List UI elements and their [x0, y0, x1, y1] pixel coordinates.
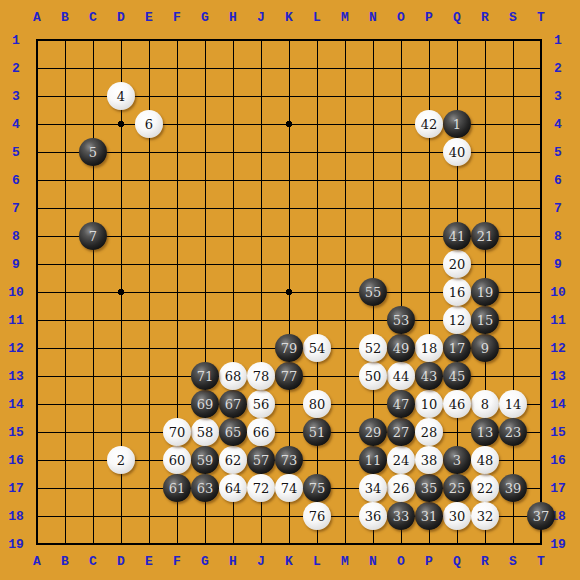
stone-black-N10[interactable]: 55 — [359, 278, 387, 306]
stone-white-P12[interactable]: 18 — [415, 334, 443, 362]
row-label-right-8: 8 — [554, 230, 562, 243]
stone-black-R11[interactable]: 15 — [471, 306, 499, 334]
row-label-right-13: 13 — [550, 370, 566, 383]
stone-white-Q18[interactable]: 30 — [443, 502, 471, 530]
col-label-bottom-G: G — [201, 555, 209, 568]
stone-white-J14[interactable]: 56 — [247, 390, 275, 418]
stone-black-K12[interactable]: 79 — [275, 334, 303, 362]
stone-black-K16[interactable]: 73 — [275, 446, 303, 474]
row-label-right-10: 10 — [550, 286, 566, 299]
stone-white-R16[interactable]: 48 — [471, 446, 499, 474]
col-label-bottom-Q: Q — [453, 555, 461, 568]
stone-white-Q9[interactable]: 20 — [443, 250, 471, 278]
stone-black-G14[interactable]: 69 — [191, 390, 219, 418]
col-label-top-P: P — [425, 11, 433, 24]
col-label-bottom-H: H — [229, 555, 237, 568]
stone-white-O16[interactable]: 24 — [387, 446, 415, 474]
row-label-left-19: 19 — [8, 538, 24, 551]
stone-white-H13[interactable]: 68 — [219, 362, 247, 390]
stone-white-N13[interactable]: 50 — [359, 362, 387, 390]
stone-white-S14[interactable]: 14 — [499, 390, 527, 418]
stone-black-P18[interactable]: 31 — [415, 502, 443, 530]
stone-black-O14[interactable]: 47 — [387, 390, 415, 418]
stone-black-T18[interactable]: 37 — [527, 502, 555, 530]
stone-white-L14[interactable]: 80 — [303, 390, 331, 418]
stone-black-G16[interactable]: 59 — [191, 446, 219, 474]
stone-black-Q8[interactable]: 41 — [443, 222, 471, 250]
row-label-left-3: 3 — [12, 90, 20, 103]
row-label-left-4: 4 — [12, 118, 20, 131]
row-label-left-9: 9 — [12, 258, 20, 271]
row-label-left-6: 6 — [12, 174, 20, 187]
col-label-top-S: S — [509, 11, 517, 24]
col-label-top-H: H — [229, 11, 237, 24]
stone-white-L12[interactable]: 54 — [303, 334, 331, 362]
row-label-left-11: 11 — [8, 314, 24, 327]
stone-black-Q13[interactable]: 45 — [443, 362, 471, 390]
col-label-bottom-A: A — [33, 555, 41, 568]
col-label-top-C: C — [89, 11, 97, 24]
stone-black-S15[interactable]: 23 — [499, 418, 527, 446]
row-label-left-8: 8 — [12, 230, 20, 243]
stone-black-O15[interactable]: 27 — [387, 418, 415, 446]
col-label-top-L: L — [313, 11, 321, 24]
col-label-bottom-T: T — [537, 555, 545, 568]
star-point-D10 — [118, 289, 124, 295]
col-label-bottom-O: O — [397, 555, 405, 568]
col-label-bottom-L: L — [313, 555, 321, 568]
stone-white-H17[interactable]: 64 — [219, 474, 247, 502]
stone-black-R12[interactable]: 9 — [471, 334, 499, 362]
stone-black-F17[interactable]: 61 — [163, 474, 191, 502]
stone-white-D16[interactable]: 2 — [107, 446, 135, 474]
col-label-bottom-R: R — [481, 555, 489, 568]
star-point-K4 — [286, 121, 292, 127]
stone-white-O17[interactable]: 26 — [387, 474, 415, 502]
row-label-left-10: 10 — [8, 286, 24, 299]
col-label-top-T: T — [537, 11, 545, 24]
stone-black-R15[interactable]: 13 — [471, 418, 499, 446]
row-label-right-14: 14 — [550, 398, 566, 411]
stone-white-R18[interactable]: 32 — [471, 502, 499, 530]
stone-black-C5[interactable]: 5 — [79, 138, 107, 166]
row-label-left-18: 18 — [8, 510, 24, 523]
stone-black-N15[interactable]: 29 — [359, 418, 387, 446]
row-label-right-6: 6 — [554, 174, 562, 187]
stone-black-O18[interactable]: 33 — [387, 502, 415, 530]
stone-white-D3[interactable]: 4 — [107, 82, 135, 110]
stone-white-K17[interactable]: 74 — [275, 474, 303, 502]
row-label-right-5: 5 — [554, 146, 562, 159]
stone-white-P15[interactable]: 28 — [415, 418, 443, 446]
row-label-left-12: 12 — [8, 342, 24, 355]
stone-black-H14[interactable]: 67 — [219, 390, 247, 418]
row-label-left-2: 2 — [12, 62, 20, 75]
go-board[interactable]: AABBCCDDEEFFGGHHJJKKLLMMNNOOPPQQRRSSTT11… — [0, 0, 580, 580]
stone-black-S17[interactable]: 39 — [499, 474, 527, 502]
stone-white-Q14[interactable]: 46 — [443, 390, 471, 418]
col-label-top-G: G — [201, 11, 209, 24]
stone-white-L18[interactable]: 76 — [303, 502, 331, 530]
stone-black-Q16[interactable]: 3 — [443, 446, 471, 474]
stone-white-R14[interactable]: 8 — [471, 390, 499, 418]
stone-black-N16[interactable]: 11 — [359, 446, 387, 474]
row-label-left-13: 13 — [8, 370, 24, 383]
row-label-right-4: 4 — [554, 118, 562, 131]
stone-black-Q12[interactable]: 17 — [443, 334, 471, 362]
row-label-left-5: 5 — [12, 146, 20, 159]
stone-white-F16[interactable]: 60 — [163, 446, 191, 474]
row-label-right-2: 2 — [554, 62, 562, 75]
row-label-left-17: 17 — [8, 482, 24, 495]
star-point-D4 — [118, 121, 124, 127]
stone-white-Q10[interactable]: 16 — [443, 278, 471, 306]
stone-black-Q4[interactable]: 1 — [443, 110, 471, 138]
col-label-top-K: K — [285, 11, 293, 24]
stone-white-E4[interactable]: 6 — [135, 110, 163, 138]
col-label-bottom-K: K — [285, 555, 293, 568]
stone-white-G15[interactable]: 58 — [191, 418, 219, 446]
row-label-left-1: 1 — [12, 34, 20, 47]
row-label-right-17: 17 — [550, 482, 566, 495]
stone-black-Q17[interactable]: 25 — [443, 474, 471, 502]
stone-white-H16[interactable]: 62 — [219, 446, 247, 474]
col-label-bottom-N: N — [369, 555, 377, 568]
col-label-bottom-S: S — [509, 555, 517, 568]
stone-black-L17[interactable]: 75 — [303, 474, 331, 502]
stone-white-P4[interactable]: 42 — [415, 110, 443, 138]
row-label-right-1: 1 — [554, 34, 562, 47]
stone-black-G17[interactable]: 63 — [191, 474, 219, 502]
col-label-bottom-P: P — [425, 555, 433, 568]
col-label-top-D: D — [117, 11, 125, 24]
stone-black-R8[interactable]: 21 — [471, 222, 499, 250]
stone-black-P13[interactable]: 43 — [415, 362, 443, 390]
stone-white-J17[interactable]: 72 — [247, 474, 275, 502]
col-label-top-E: E — [145, 11, 153, 24]
row-label-right-7: 7 — [554, 202, 562, 215]
row-label-right-3: 3 — [554, 90, 562, 103]
stone-white-Q5[interactable]: 40 — [443, 138, 471, 166]
col-label-bottom-J: J — [257, 555, 265, 568]
row-label-left-14: 14 — [8, 398, 24, 411]
stone-black-R10[interactable]: 19 — [471, 278, 499, 306]
stone-white-P16[interactable]: 38 — [415, 446, 443, 474]
row-label-left-16: 16 — [8, 454, 24, 467]
row-label-right-9: 9 — [554, 258, 562, 271]
row-label-right-15: 15 — [550, 426, 566, 439]
col-label-bottom-C: C — [89, 555, 97, 568]
col-label-bottom-B: B — [61, 555, 69, 568]
row-label-left-7: 7 — [12, 202, 20, 215]
stone-black-O12[interactable]: 49 — [387, 334, 415, 362]
star-point-K10 — [286, 289, 292, 295]
stone-black-P17[interactable]: 35 — [415, 474, 443, 502]
stone-white-J15[interactable]: 66 — [247, 418, 275, 446]
stone-white-P14[interactable]: 10 — [415, 390, 443, 418]
col-label-top-B: B — [61, 11, 69, 24]
stone-white-N18[interactable]: 36 — [359, 502, 387, 530]
col-label-top-J: J — [257, 11, 265, 24]
col-label-top-R: R — [481, 11, 489, 24]
row-label-right-11: 11 — [550, 314, 566, 327]
col-label-bottom-M: M — [341, 555, 349, 568]
col-label-top-A: A — [33, 11, 41, 24]
row-label-right-12: 12 — [550, 342, 566, 355]
stone-black-O11[interactable]: 53 — [387, 306, 415, 334]
stone-white-F15[interactable]: 70 — [163, 418, 191, 446]
col-label-bottom-E: E — [145, 555, 153, 568]
col-label-top-N: N — [369, 11, 377, 24]
col-label-top-O: O — [397, 11, 405, 24]
col-label-top-F: F — [173, 11, 181, 24]
row-label-left-15: 15 — [8, 426, 24, 439]
row-label-right-16: 16 — [550, 454, 566, 467]
stone-white-O13[interactable]: 44 — [387, 362, 415, 390]
col-label-top-Q: Q — [453, 11, 461, 24]
row-label-right-19: 19 — [550, 538, 566, 551]
stone-black-C8[interactable]: 7 — [79, 222, 107, 250]
stone-white-J13[interactable]: 78 — [247, 362, 275, 390]
stone-black-G13[interactable]: 71 — [191, 362, 219, 390]
stone-white-R17[interactable]: 22 — [471, 474, 499, 502]
stone-white-N12[interactable]: 52 — [359, 334, 387, 362]
col-label-bottom-D: D — [117, 555, 125, 568]
stone-black-H15[interactable]: 65 — [219, 418, 247, 446]
stone-black-J16[interactable]: 57 — [247, 446, 275, 474]
stone-white-N17[interactable]: 34 — [359, 474, 387, 502]
stone-white-Q11[interactable]: 12 — [443, 306, 471, 334]
stone-black-K13[interactable]: 77 — [275, 362, 303, 390]
col-label-bottom-F: F — [173, 555, 181, 568]
stone-black-L15[interactable]: 51 — [303, 418, 331, 446]
col-label-top-M: M — [341, 11, 349, 24]
